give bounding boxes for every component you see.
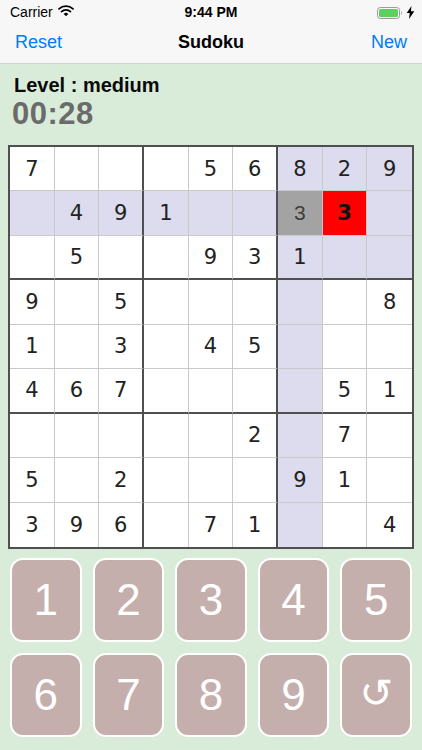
keypad-7-button[interactable]: 7 [93, 653, 165, 737]
cell-r3c3[interactable] [99, 236, 144, 280]
cell-r1c2[interactable] [55, 147, 100, 191]
cell-r4c5[interactable] [189, 280, 234, 324]
cell-r7c8[interactable]: 7 [323, 414, 368, 458]
cell-r2c7[interactable]: 3 [278, 191, 323, 235]
cell-r5c4[interactable] [144, 325, 189, 369]
cell-r3c8[interactable] [323, 236, 368, 280]
cell-r6c2[interactable]: 6 [55, 369, 100, 413]
cell-r6c5[interactable] [189, 369, 234, 413]
cell-r1c1[interactable]: 7 [10, 147, 55, 191]
keypad-2-button[interactable]: 2 [93, 558, 165, 642]
cell-r9c4[interactable] [144, 503, 189, 547]
cell-r6c8[interactable]: 5 [323, 369, 368, 413]
cell-r3c9[interactable] [367, 236, 412, 280]
cell-r7c3[interactable] [99, 414, 144, 458]
cell-r9c1[interactable]: 3 [10, 503, 55, 547]
sudoku-board: 756829491335931958134546751275291396714 [8, 145, 414, 549]
cell-r8c3[interactable]: 2 [99, 458, 144, 502]
page-title: Sudoku [0, 32, 422, 53]
cell-r2c8[interactable]: 3 [323, 191, 368, 235]
cell-r3c2[interactable]: 5 [55, 236, 100, 280]
cell-r7c1[interactable] [10, 414, 55, 458]
cell-r5c1[interactable]: 1 [10, 325, 55, 369]
cell-r5c6[interactable]: 5 [233, 325, 278, 369]
cell-r5c7[interactable] [278, 325, 323, 369]
cell-r7c2[interactable] [55, 414, 100, 458]
cell-r2c2[interactable]: 4 [55, 191, 100, 235]
cell-r9c5[interactable]: 7 [189, 503, 234, 547]
cell-r9c9[interactable]: 4 [367, 503, 412, 547]
cell-r8c8[interactable]: 1 [323, 458, 368, 502]
keypad-9-button[interactable]: 9 [258, 653, 330, 737]
cell-r4c9[interactable]: 8 [367, 280, 412, 324]
cell-r4c2[interactable] [55, 280, 100, 324]
undo-icon: ↺ [359, 670, 393, 716]
cell-r1c9[interactable]: 9 [367, 147, 412, 191]
keypad-8-button[interactable]: 8 [175, 653, 247, 737]
cell-r6c7[interactable] [278, 369, 323, 413]
cell-r2c1[interactable] [10, 191, 55, 235]
level-label: Level : medium [14, 74, 160, 97]
cell-r1c7[interactable]: 8 [278, 147, 323, 191]
cell-r9c8[interactable] [323, 503, 368, 547]
keypad-6-button[interactable]: 6 [10, 653, 82, 737]
cell-r3c5[interactable]: 9 [189, 236, 234, 280]
cell-r6c9[interactable]: 1 [367, 369, 412, 413]
cell-r5c5[interactable]: 4 [189, 325, 234, 369]
battery-icon [377, 5, 403, 23]
cell-r8c4[interactable] [144, 458, 189, 502]
cell-r9c6[interactable]: 1 [233, 503, 278, 547]
cell-r8c5[interactable] [189, 458, 234, 502]
cell-r3c1[interactable] [10, 236, 55, 280]
cell-r5c2[interactable] [55, 325, 100, 369]
battery-cluster [377, 5, 415, 23]
cell-r3c7[interactable]: 1 [278, 236, 323, 280]
cell-r3c6[interactable]: 3 [233, 236, 278, 280]
cell-r7c4[interactable] [144, 414, 189, 458]
cell-r3c4[interactable] [144, 236, 189, 280]
charging-bolt-icon [406, 5, 415, 23]
cell-r7c5[interactable] [189, 414, 234, 458]
cell-r2c9[interactable] [367, 191, 412, 235]
cell-r1c5[interactable]: 5 [189, 147, 234, 191]
keypad-3-button[interactable]: 3 [175, 558, 247, 642]
cell-r7c9[interactable] [367, 414, 412, 458]
cell-r7c6[interactable]: 2 [233, 414, 278, 458]
keypad-4-button[interactable]: 4 [258, 558, 330, 642]
cell-r5c9[interactable] [367, 325, 412, 369]
cell-r4c7[interactable] [278, 280, 323, 324]
cell-r4c8[interactable] [323, 280, 368, 324]
cell-r4c1[interactable]: 9 [10, 280, 55, 324]
cell-r2c5[interactable] [189, 191, 234, 235]
cell-r5c3[interactable]: 3 [99, 325, 144, 369]
header: Carrier 9:44 PM Reset Sudoku New [0, 0, 422, 64]
cell-r6c6[interactable] [233, 369, 278, 413]
keypad-5-button[interactable]: 5 [340, 558, 412, 642]
timer-display: 00:28 [12, 96, 94, 132]
cell-r6c3[interactable]: 7 [99, 369, 144, 413]
undo-button[interactable]: ↺ [340, 653, 412, 737]
cell-r1c3[interactable] [99, 147, 144, 191]
status-time: 9:44 PM [0, 4, 422, 20]
cell-r2c3[interactable]: 9 [99, 191, 144, 235]
cell-r4c4[interactable] [144, 280, 189, 324]
cell-r4c6[interactable] [233, 280, 278, 324]
cell-r1c6[interactable]: 6 [233, 147, 278, 191]
new-game-button[interactable]: New [371, 32, 407, 53]
number-keypad: 123456789↺ [10, 558, 412, 737]
cell-r1c8[interactable]: 2 [323, 147, 368, 191]
cell-r8c6[interactable] [233, 458, 278, 502]
cell-r9c3[interactable]: 6 [99, 503, 144, 547]
cell-r6c4[interactable] [144, 369, 189, 413]
cell-r8c2[interactable] [55, 458, 100, 502]
cell-r9c7[interactable] [278, 503, 323, 547]
keypad-1-button[interactable]: 1 [10, 558, 82, 642]
cell-r8c9[interactable] [367, 458, 412, 502]
cell-r7c7[interactable] [278, 414, 323, 458]
cell-r8c1[interactable]: 5 [10, 458, 55, 502]
cell-r4c3[interactable]: 5 [99, 280, 144, 324]
cell-r6c1[interactable]: 4 [10, 369, 55, 413]
cell-r1c4[interactable] [144, 147, 189, 191]
cell-r2c6[interactable] [233, 191, 278, 235]
cell-r2c4[interactable]: 1 [144, 191, 189, 235]
cell-r5c8[interactable] [323, 325, 368, 369]
cell-r8c7[interactable]: 9 [278, 458, 323, 502]
cell-r9c2[interactable]: 9 [55, 503, 100, 547]
